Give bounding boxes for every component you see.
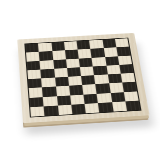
square-f1 [98, 102, 113, 112]
product-photo [0, 0, 160, 160]
playing-field [24, 38, 141, 118]
square-a1 [30, 106, 44, 116]
square-e1 [85, 103, 100, 113]
chessboard [17, 33, 149, 123]
square-c1 [57, 105, 72, 115]
square-d1 [71, 104, 86, 114]
square-h1 [125, 100, 140, 110]
square-b1 [44, 105, 59, 115]
